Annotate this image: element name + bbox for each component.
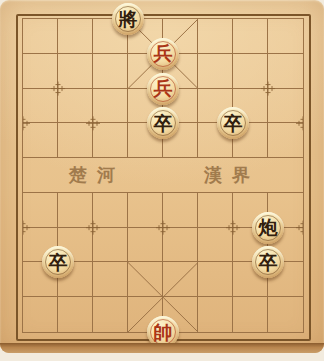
piece-glyph: 兵 — [154, 44, 173, 63]
piece-black-cannon[interactable]: 炮 — [252, 212, 284, 244]
xiangqi-app: 楚河 漢界 將兵兵卒卒炮卒卒帥 — [0, 0, 324, 361]
piece-black-soldier[interactable]: 卒 — [252, 246, 284, 278]
piece-black-soldier[interactable]: 卒 — [147, 107, 179, 139]
xiangqi-board[interactable]: 楚河 漢界 將兵兵卒卒炮卒卒帥 — [0, 0, 324, 353]
board-bottom-edge — [0, 343, 324, 353]
piece-glyph: 卒 — [259, 252, 278, 271]
piece-glyph: 將 — [119, 9, 138, 28]
piece-glyph: 卒 — [49, 252, 68, 271]
piece-layer: 將兵兵卒卒炮卒卒帥 — [23, 19, 303, 332]
piece-glyph: 炮 — [259, 218, 278, 237]
piece-red-soldier[interactable]: 兵 — [147, 38, 179, 70]
piece-black-soldier[interactable]: 卒 — [217, 107, 249, 139]
piece-black-soldier[interactable]: 卒 — [42, 246, 74, 278]
piece-glyph: 卒 — [224, 113, 243, 132]
piece-glyph: 卒 — [154, 113, 173, 132]
piece-red-soldier[interactable]: 兵 — [147, 73, 179, 105]
piece-black-general[interactable]: 將 — [112, 3, 144, 35]
piece-glyph: 兵 — [154, 79, 173, 98]
piece-glyph: 帥 — [154, 322, 173, 341]
